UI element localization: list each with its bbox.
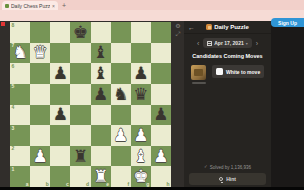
- square-h4[interactable]: ♟: [151, 105, 171, 126]
- side-to-move-label: White to move: [226, 69, 260, 75]
- square-d5[interactable]: [70, 84, 90, 105]
- square-c1[interactable]: c: [50, 166, 70, 187]
- black-knight[interactable]: ♞: [111, 84, 131, 105]
- square-c4[interactable]: ♟: [50, 105, 70, 126]
- square-e1[interactable]: e♜: [91, 166, 111, 187]
- next-day-button[interactable]: ›: [256, 40, 258, 47]
- square-f1[interactable]: f: [111, 166, 131, 187]
- square-a1[interactable]: 1a: [10, 166, 30, 187]
- square-a4[interactable]: 4: [10, 105, 30, 126]
- white-pawn[interactable]: ♟: [111, 125, 131, 146]
- chess-board[interactable]: 8♚7♞♛♝6♟♝♟5♟♞♛4♟♟3♟♟2♟♜♝♟1abcde♜fg♚h: [10, 22, 171, 187]
- file-label: c: [66, 182, 69, 187]
- rank-label: 4: [12, 105, 15, 110]
- square-e2[interactable]: [91, 146, 111, 167]
- white-pawn[interactable]: ♟: [131, 125, 151, 146]
- daily-puzzle-panel: ← Daily Puzzle ‹ Apr 17, 2021 ▾ › Candid…: [184, 21, 271, 187]
- panel-bottom: ✓ Solved by 1,136,936 Hint: [184, 165, 271, 185]
- square-b1[interactable]: b: [30, 166, 50, 187]
- square-g4[interactable]: [131, 105, 151, 126]
- square-b8[interactable]: [30, 22, 50, 43]
- lightbulb-icon: [219, 177, 223, 181]
- square-c7[interactable]: [50, 43, 70, 64]
- black-pawn[interactable]: ♟: [50, 105, 70, 126]
- board-controls: ⚙ ⤢: [173, 23, 183, 37]
- chess-favicon: [5, 4, 9, 8]
- chevron-down-icon: ▾: [246, 41, 248, 46]
- square-g1[interactable]: g♚: [131, 166, 151, 187]
- panel-title: Daily Puzzle: [214, 24, 249, 30]
- square-b2[interactable]: ♟: [30, 146, 50, 167]
- puzzle-date: Apr 17, 2021: [214, 40, 243, 46]
- square-e8[interactable]: [91, 22, 111, 43]
- right-gutter: Sign Up: [271, 21, 304, 187]
- file-label: h: [166, 182, 169, 187]
- board-expand-icon[interactable]: ⤢: [176, 31, 181, 37]
- square-f8[interactable]: [111, 22, 131, 43]
- square-h6[interactable]: [151, 63, 171, 84]
- puzzle-piece-icon: [206, 24, 212, 30]
- square-a8[interactable]: 8: [10, 22, 30, 43]
- black-king[interactable]: ♚: [70, 22, 90, 43]
- square-g2[interactable]: ♝: [131, 146, 151, 167]
- date-picker-button[interactable]: Apr 17, 2021 ▾: [203, 38, 251, 48]
- white-king[interactable]: ♚: [131, 166, 151, 187]
- rank-label: 8: [12, 23, 15, 28]
- hint-button[interactable]: Hint: [189, 173, 266, 185]
- white-square-icon: [216, 68, 223, 75]
- signup-label: Sign Up: [278, 20, 297, 26]
- square-d2[interactable]: ♜: [70, 146, 90, 167]
- puzzle-title: Candidates Coming Moves: [184, 53, 271, 59]
- previous-day-button[interactable]: ‹: [197, 40, 199, 47]
- rank-label: 6: [12, 64, 15, 69]
- square-g6[interactable]: ♟: [131, 63, 151, 84]
- square-b7[interactable]: ♛: [30, 43, 50, 64]
- square-a2[interactable]: 2: [10, 146, 30, 167]
- black-pawn[interactable]: ♟: [151, 105, 171, 126]
- square-h8[interactable]: [151, 22, 171, 43]
- square-h7[interactable]: [151, 43, 171, 64]
- square-b4[interactable]: [30, 105, 50, 126]
- square-e5[interactable]: ♟: [91, 84, 111, 105]
- black-queen[interactable]: ♛: [131, 84, 151, 105]
- square-c8[interactable]: [50, 22, 70, 43]
- solved-check-icon: ✓: [204, 165, 208, 170]
- composer-avatar[interactable]: [191, 65, 206, 80]
- square-e3[interactable]: [91, 125, 111, 146]
- solved-count-text: Solved by 1,136,936: [210, 165, 251, 170]
- date-navigation: ‹ Apr 17, 2021 ▾ ›: [184, 38, 271, 48]
- black-rook[interactable]: ♜: [70, 146, 90, 167]
- file-label: d: [86, 182, 89, 187]
- composer[interactable]: [191, 65, 206, 84]
- rank-label: 1: [12, 167, 15, 172]
- square-c3[interactable]: [50, 125, 70, 146]
- browser-address-bar: chess.com/daily-chess-puzzle ☆: [0, 10, 304, 21]
- square-f5[interactable]: ♞: [111, 84, 131, 105]
- rank-label: 3: [12, 126, 15, 131]
- square-e4[interactable]: [91, 105, 111, 126]
- square-c5[interactable]: [50, 84, 70, 105]
- file-label: f: [128, 182, 130, 187]
- square-f4[interactable]: [111, 105, 131, 126]
- file-label: b: [46, 182, 49, 187]
- square-e7[interactable]: ♝: [91, 43, 111, 64]
- square-a6[interactable]: 6: [10, 63, 30, 84]
- browser-tab-bar: Daily Chess Puzzle × +: [0, 0, 304, 10]
- square-d6[interactable]: [70, 63, 90, 84]
- composer-name: [192, 82, 206, 84]
- square-f6[interactable]: [111, 63, 131, 84]
- solved-count-row: ✓ Solved by 1,136,936: [184, 165, 271, 170]
- square-d7[interactable]: [70, 43, 90, 64]
- square-a5[interactable]: 5: [10, 84, 30, 105]
- square-f2[interactable]: [111, 146, 131, 167]
- white-pawn[interactable]: ♟: [151, 146, 171, 167]
- black-bishop[interactable]: ♝: [91, 43, 111, 64]
- close-tab-icon[interactable]: ×: [52, 3, 55, 9]
- square-d1[interactable]: d: [70, 166, 90, 187]
- square-c2[interactable]: [50, 146, 70, 167]
- square-g7[interactable]: [131, 43, 151, 64]
- square-d3[interactable]: [70, 125, 90, 146]
- square-f3[interactable]: ♟: [111, 125, 131, 146]
- square-c6[interactable]: ♟: [50, 63, 70, 84]
- white-queen[interactable]: ♛: [30, 43, 50, 64]
- square-a3[interactable]: 3: [10, 125, 30, 146]
- square-b6[interactable]: [30, 63, 50, 84]
- browser-tab[interactable]: Daily Chess Puzzle ×: [2, 1, 58, 10]
- white-knight[interactable]: ♞: [10, 43, 30, 64]
- rank-label: 5: [12, 84, 15, 89]
- square-d4[interactable]: [70, 105, 90, 126]
- white-rook[interactable]: ♜: [91, 166, 111, 187]
- tab-title: Daily Chess Puzzle: [11, 3, 50, 9]
- rank-label: 2: [12, 146, 15, 151]
- hint-label: Hint: [226, 176, 236, 182]
- side-to-move-indicator: White to move: [212, 65, 264, 78]
- signup-button[interactable]: Sign Up: [271, 18, 304, 27]
- square-g5[interactable]: ♛: [131, 84, 151, 105]
- calendar-icon: [207, 41, 212, 46]
- board-settings-gear-icon[interactable]: ⚙: [175, 23, 180, 29]
- notification-badge: [1, 22, 5, 26]
- square-g8[interactable]: [131, 22, 151, 43]
- new-tab-button[interactable]: +: [62, 1, 66, 10]
- square-h2[interactable]: ♟: [151, 146, 171, 167]
- square-g3[interactable]: ♟: [131, 125, 151, 146]
- bottom-edge: [0, 187, 304, 190]
- panel-header: ← Daily Puzzle: [184, 21, 271, 34]
- square-d8[interactable]: ♚: [70, 22, 90, 43]
- square-b5[interactable]: [30, 84, 50, 105]
- black-pawn[interactable]: ♟: [131, 63, 151, 84]
- square-f7[interactable]: [111, 43, 131, 64]
- app-window: Daily Chess Puzzle × + chess.com/daily-c…: [0, 0, 304, 190]
- file-label: a: [26, 182, 29, 187]
- white-bishop[interactable]: ♝: [131, 146, 151, 167]
- square-h5[interactable]: [151, 84, 171, 105]
- black-bishop[interactable]: ♝: [91, 63, 111, 84]
- page-background: 8♚7♞♛♝6♟♝♟5♟♞♛4♟♟3♟♟2♟♜♝♟1abcde♜fg♚h ⚙ ⤢…: [0, 21, 304, 187]
- puzzle-meta-row: White to move: [184, 65, 271, 84]
- black-pawn[interactable]: ♟: [50, 63, 70, 84]
- square-e6[interactable]: ♝: [91, 63, 111, 84]
- white-pawn[interactable]: ♟: [30, 146, 50, 167]
- square-h1[interactable]: h: [151, 166, 171, 187]
- back-arrow-icon[interactable]: ←: [188, 24, 195, 31]
- square-a7[interactable]: 7♞: [10, 43, 30, 64]
- square-h3[interactable]: [151, 125, 171, 146]
- square-b3[interactable]: [30, 125, 50, 146]
- black-pawn[interactable]: ♟: [91, 84, 111, 105]
